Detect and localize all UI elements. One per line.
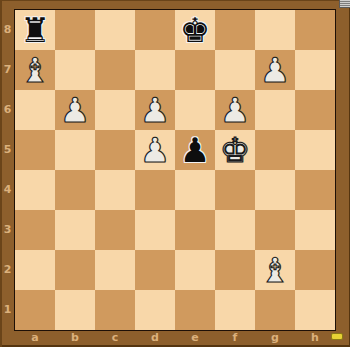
square-d6[interactable]: ♟ <box>135 90 175 130</box>
square-a8[interactable]: ♜ <box>15 10 55 50</box>
square-b1[interactable] <box>55 290 95 330</box>
square-e3[interactable] <box>175 210 215 250</box>
square-d3[interactable] <box>135 210 175 250</box>
square-f1[interactable] <box>215 290 255 330</box>
file-label-f: f <box>215 330 255 347</box>
rank-label-2: 2 <box>0 250 15 290</box>
piece-white-pawn[interactable]: ♟ <box>135 90 175 130</box>
square-h2[interactable] <box>295 250 335 290</box>
square-g4[interactable] <box>255 170 295 210</box>
square-h8[interactable] <box>295 10 335 50</box>
square-b5[interactable] <box>55 130 95 170</box>
square-a7[interactable]: ♝ <box>15 50 55 90</box>
square-g8[interactable] <box>255 10 295 50</box>
square-b3[interactable] <box>55 210 95 250</box>
rank-label-5: 5 <box>0 130 15 170</box>
square-d1[interactable] <box>135 290 175 330</box>
square-b2[interactable] <box>55 250 95 290</box>
square-a4[interactable] <box>15 170 55 210</box>
square-c1[interactable] <box>95 290 135 330</box>
square-g3[interactable] <box>255 210 295 250</box>
square-h4[interactable] <box>295 170 335 210</box>
file-label-g: g <box>255 330 295 347</box>
file-label-c: c <box>95 330 135 347</box>
square-h7[interactable] <box>295 50 335 90</box>
square-a3[interactable] <box>15 210 55 250</box>
square-g6[interactable] <box>255 90 295 130</box>
file-label-e: e <box>175 330 215 347</box>
rank-label-6: 6 <box>0 90 15 130</box>
square-b4[interactable] <box>55 170 95 210</box>
square-c7[interactable] <box>95 50 135 90</box>
file-label-d: d <box>135 330 175 347</box>
rank-label-7: 7 <box>0 50 15 90</box>
piece-black-pawn[interactable]: ♟ <box>175 130 215 170</box>
piece-black-rook[interactable]: ♜ <box>15 10 55 50</box>
square-b6[interactable]: ♟ <box>55 90 95 130</box>
square-b7[interactable] <box>55 50 95 90</box>
square-g5[interactable] <box>255 130 295 170</box>
rank-label-4: 4 <box>0 170 15 210</box>
square-h6[interactable] <box>295 90 335 130</box>
square-a2[interactable] <box>15 250 55 290</box>
chess-board-frame: 87654321 ♜♚♝♟♟♟♟♟♟♚♝ abcdefgh <box>0 0 350 347</box>
square-g1[interactable] <box>255 290 295 330</box>
piece-white-king[interactable]: ♚ <box>215 130 255 170</box>
square-e8[interactable]: ♚ <box>175 10 215 50</box>
square-e4[interactable] <box>175 170 215 210</box>
square-f2[interactable] <box>215 250 255 290</box>
square-f3[interactable] <box>215 210 255 250</box>
corner-grip-icon <box>339 0 350 8</box>
square-h5[interactable] <box>295 130 335 170</box>
square-f7[interactable] <box>215 50 255 90</box>
square-c2[interactable] <box>95 250 135 290</box>
square-b8[interactable] <box>55 10 95 50</box>
piece-white-bishop[interactable]: ♝ <box>255 250 295 290</box>
square-g2[interactable]: ♝ <box>255 250 295 290</box>
file-label-h: h <box>295 330 335 347</box>
square-c8[interactable] <box>95 10 135 50</box>
rank-label-3: 3 <box>0 210 15 250</box>
square-d4[interactable] <box>135 170 175 210</box>
piece-white-pawn[interactable]: ♟ <box>55 90 95 130</box>
square-e6[interactable] <box>175 90 215 130</box>
piece-black-king[interactable]: ♚ <box>175 10 215 50</box>
square-f5[interactable]: ♚ <box>215 130 255 170</box>
turn-indicator <box>331 333 343 340</box>
square-h3[interactable] <box>295 210 335 250</box>
square-f8[interactable] <box>215 10 255 50</box>
file-labels: abcdefgh <box>15 330 335 347</box>
piece-white-pawn[interactable]: ♟ <box>215 90 255 130</box>
square-f4[interactable] <box>215 170 255 210</box>
piece-white-bishop[interactable]: ♝ <box>15 50 55 90</box>
square-d8[interactable] <box>135 10 175 50</box>
file-label-b: b <box>55 330 95 347</box>
square-e5[interactable]: ♟ <box>175 130 215 170</box>
rank-labels: 87654321 <box>0 10 15 330</box>
file-label-a: a <box>15 330 55 347</box>
rank-label-1: 1 <box>0 290 15 330</box>
square-f6[interactable]: ♟ <box>215 90 255 130</box>
piece-white-pawn[interactable]: ♟ <box>255 50 295 90</box>
square-a6[interactable] <box>15 90 55 130</box>
square-d5[interactable]: ♟ <box>135 130 175 170</box>
square-a1[interactable] <box>15 290 55 330</box>
rank-label-8: 8 <box>0 10 15 50</box>
square-e7[interactable] <box>175 50 215 90</box>
chess-board[interactable]: ♜♚♝♟♟♟♟♟♟♚♝ <box>15 10 335 330</box>
square-d2[interactable] <box>135 250 175 290</box>
square-d7[interactable] <box>135 50 175 90</box>
piece-white-pawn[interactable]: ♟ <box>135 130 175 170</box>
square-e1[interactable] <box>175 290 215 330</box>
square-a5[interactable] <box>15 130 55 170</box>
square-c4[interactable] <box>95 170 135 210</box>
square-c5[interactable] <box>95 130 135 170</box>
square-e2[interactable] <box>175 250 215 290</box>
square-g7[interactable]: ♟ <box>255 50 295 90</box>
square-c3[interactable] <box>95 210 135 250</box>
square-c6[interactable] <box>95 90 135 130</box>
square-h1[interactable] <box>295 290 335 330</box>
